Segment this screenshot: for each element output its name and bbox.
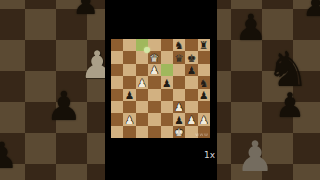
piece-white-pawn: ♟ [125,114,134,125]
piece-white-pawn: ♟ [137,77,146,88]
square-b8[interactable] [123,39,135,51]
square-f7[interactable]: ♛ [173,51,185,63]
square-b3[interactable] [123,101,135,113]
square-b6[interactable] [123,64,135,76]
square-f6[interactable] [173,64,185,76]
square-b1[interactable] [123,126,135,138]
piece-black-queen: ♛ [174,53,183,64]
piece-black-pawn: ♟ [125,90,134,101]
blurred-gray-pawn-icon: ♟ [236,136,274,178]
board-watermark: www [195,131,208,137]
square-c3[interactable] [136,101,148,113]
square-f2[interactable]: ♟ [173,113,185,125]
piece-white-pawn: ♟ [174,102,183,113]
chess-board[interactable]: www ♞♜♛♛♚♟♟♟♟♞♟♟♟♟♟♟♟♚ [111,39,210,138]
square-f1[interactable]: ♚ [173,126,185,138]
square-c2[interactable] [136,113,148,125]
square-c6[interactable] [136,64,148,76]
piece-white-pawn: ♟ [187,114,196,125]
square-e4[interactable] [161,89,173,101]
square-e3[interactable] [161,101,173,113]
square-a3[interactable] [111,101,123,113]
square-f4[interactable] [173,89,185,101]
square-e6[interactable] [161,64,173,76]
piece-white-pawn: ♟ [199,114,208,125]
blurred-black-pawn-icon: ♟ [46,86,82,126]
square-a1[interactable] [111,126,123,138]
square-d7[interactable]: ♛ [148,51,160,63]
square-b2[interactable]: ♟ [123,113,135,125]
square-g7[interactable]: ♚ [185,51,197,63]
square-g5[interactable] [185,76,197,88]
blurred-black-pawn-icon: ♟ [0,138,18,174]
square-e8[interactable] [161,39,173,51]
square-a5[interactable] [111,76,123,88]
piece-white-king: ♚ [174,127,183,138]
piece-white-queen: ♛ [150,53,159,64]
square-d4[interactable] [148,89,160,101]
square-h3[interactable] [198,101,210,113]
video-frame: ♟♟♟♟ ♟♞♟♟♟ www ♞♜♛♛♚♟♟♟♟♞♟♟♟♟♟♟♟♚ 1x [0,0,320,180]
square-g3[interactable] [185,101,197,113]
square-e1[interactable] [161,126,173,138]
square-g4[interactable] [185,89,197,101]
square-e5[interactable]: ♟ [161,76,173,88]
square-e7[interactable] [161,51,173,63]
square-h8[interactable]: ♜ [198,39,210,51]
square-a8[interactable] [111,39,123,51]
blurred-black-pawn-icon: ♟ [73,0,100,19]
square-a4[interactable] [111,89,123,101]
square-d6[interactable]: ♟ [148,64,160,76]
square-f3[interactable]: ♟ [173,101,185,113]
square-a2[interactable] [111,113,123,125]
square-b5[interactable] [123,76,135,88]
piece-black-pawn: ♟ [174,114,183,125]
left-blur-panel: ♟♟♟♟ [0,0,105,180]
blurred-white-pawn-icon: ♟ [80,46,105,84]
right-blur-panel: ♟♞♟♟♟ [217,0,320,180]
blurred-black-knight-icon: ♞ [266,45,309,93]
piece-white-pawn: ♟ [150,65,159,76]
square-c7[interactable] [136,51,148,63]
piece-black-rook: ♜ [199,40,208,51]
blurred-black-pawn-icon: ♟ [275,88,305,122]
square-a7[interactable] [111,51,123,63]
square-d1[interactable] [148,126,160,138]
square-a6[interactable] [111,64,123,76]
piece-black-pawn: ♟ [187,65,196,76]
square-d2[interactable] [148,113,160,125]
square-h6[interactable] [198,64,210,76]
square-g6[interactable]: ♟ [185,64,197,76]
piece-black-king: ♚ [187,53,196,64]
piece-black-knight: ♞ [174,40,183,51]
playback-speed-label: 1x [204,150,215,160]
square-h4[interactable]: ♟ [198,89,210,101]
square-d5[interactable] [148,76,160,88]
square-g2[interactable]: ♟ [185,113,197,125]
square-c5[interactable]: ♟ [136,76,148,88]
square-h7[interactable] [198,51,210,63]
square-c1[interactable] [136,126,148,138]
blurred-black-pawn-icon: ♟ [303,0,320,21]
piece-black-knight: ♞ [199,77,208,88]
square-h5[interactable]: ♞ [198,76,210,88]
piece-black-pawn: ♟ [162,77,171,88]
square-d3[interactable] [148,101,160,113]
square-h2[interactable]: ♟ [198,113,210,125]
square-e2[interactable] [161,113,173,125]
square-g8[interactable] [185,39,197,51]
square-c4[interactable] [136,89,148,101]
square-f5[interactable] [173,76,185,88]
piece-black-pawn: ♟ [199,90,208,101]
square-f8[interactable]: ♞ [173,39,185,51]
square-b4[interactable]: ♟ [123,89,135,101]
blurred-black-pawn-icon: ♟ [235,10,267,46]
square-b7[interactable] [123,51,135,63]
